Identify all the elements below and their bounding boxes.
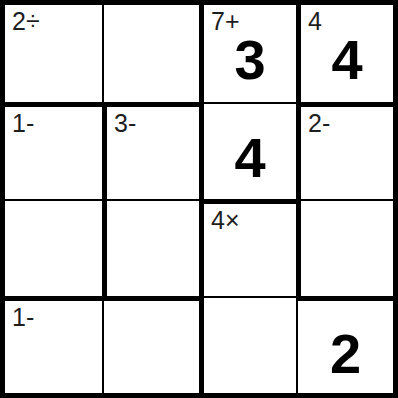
cage-clue: 4 [308,7,322,35]
cage-clue: 3- [114,109,136,137]
cell-r2c2[interactable]: 4× [199,199,296,296]
cell-r2c3[interactable] [296,199,393,296]
cell-r0c2[interactable]: 7+ 3 [199,5,296,102]
cage-clue: 4× [211,206,240,234]
cell-r0c1[interactable] [102,5,199,102]
cell-r0c3[interactable]: 4 4 [296,5,393,102]
cage-clue: 1- [12,303,34,331]
cell-r1c0[interactable]: 1- [5,102,102,199]
cell-r3c2[interactable] [199,296,296,393]
cell-r2c0[interactable] [5,199,102,296]
cage-clue: 1- [12,109,34,137]
cage-clue: 2÷ [12,7,40,35]
cell-r3c1[interactable] [102,296,199,393]
cage-clue: 2- [308,109,330,137]
kenken-board: 2÷ 7+ 3 4 4 1- 3- 4 2- 4× [0,0,398,398]
cell-r3c3[interactable]: 2 [296,296,393,393]
cell-r1c3[interactable]: 2- [296,102,393,199]
cell-r1c1[interactable]: 3- [102,102,199,199]
cell-value: 3 [234,27,265,92]
cell-r1c2[interactable]: 4 [199,102,296,199]
cell-value: 4 [234,125,265,190]
cell-r3c0[interactable]: 1- [5,296,102,393]
cell-value: 4 [331,27,362,92]
cell-r0c0[interactable]: 2÷ [5,5,102,102]
cell-value: 2 [330,321,361,386]
cell-r2c1[interactable] [102,199,199,296]
